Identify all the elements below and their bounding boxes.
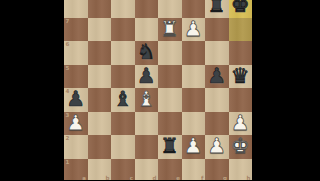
- square-e5[interactable]: [158, 65, 182, 89]
- piece-black-pawn[interactable]: ♟: [137, 65, 156, 86]
- square-a4[interactable]: ♟4: [64, 88, 88, 112]
- file-label-e: e: [176, 176, 180, 181]
- piece-black-queen[interactable]: ♛: [231, 65, 250, 86]
- square-g3[interactable]: [205, 112, 229, 136]
- square-e2[interactable]: ♜: [158, 135, 182, 159]
- file-label-d: d: [153, 176, 157, 181]
- piece-white-rook[interactable]: ♜: [160, 18, 179, 39]
- rank-label-7: 7: [66, 19, 70, 25]
- square-c2[interactable]: [111, 135, 135, 159]
- square-a3[interactable]: ♟3: [64, 112, 88, 136]
- square-g8[interactable]: ♜: [205, 0, 229, 18]
- square-a5[interactable]: 5: [64, 65, 88, 89]
- square-b5[interactable]: [88, 65, 112, 89]
- rank-label-2: 2: [66, 136, 70, 142]
- square-c5[interactable]: [111, 65, 135, 89]
- piece-black-pawn[interactable]: ♟: [207, 65, 226, 86]
- piece-black-bishop[interactable]: ♝: [113, 89, 132, 110]
- file-label-g: g: [223, 176, 227, 181]
- square-f2[interactable]: ♟: [182, 135, 206, 159]
- square-f5[interactable]: [182, 65, 206, 89]
- square-d7[interactable]: [135, 18, 159, 42]
- piece-white-pawn[interactable]: ♟: [184, 136, 203, 157]
- chess-board: 8♜♚7♜♟6♞5♟♟♛♟4♝♝♟3♟2♜♟♟♚1abcdefgh: [64, 0, 252, 180]
- square-c6[interactable]: [111, 41, 135, 65]
- square-e8[interactable]: [158, 0, 182, 18]
- square-e3[interactable]: [158, 112, 182, 136]
- piece-black-rook[interactable]: ♜: [207, 0, 226, 16]
- square-c4[interactable]: ♝: [111, 88, 135, 112]
- square-f3[interactable]: [182, 112, 206, 136]
- rank-label-8: 8: [66, 0, 70, 1]
- piece-black-king[interactable]: ♚: [231, 0, 250, 16]
- square-d8[interactable]: [135, 0, 159, 18]
- square-d4[interactable]: ♝: [135, 88, 159, 112]
- square-f7[interactable]: ♟: [182, 18, 206, 42]
- file-label-f: f: [201, 176, 203, 181]
- square-f6[interactable]: [182, 41, 206, 65]
- square-f4[interactable]: [182, 88, 206, 112]
- letterbox-left: [0, 0, 64, 180]
- rank-label-5: 5: [66, 66, 70, 72]
- square-c8[interactable]: [111, 0, 135, 18]
- square-e6[interactable]: [158, 41, 182, 65]
- square-h8[interactable]: ♚: [229, 0, 253, 18]
- piece-white-bishop[interactable]: ♝: [137, 89, 156, 110]
- rank-label-1: 1: [66, 160, 70, 166]
- square-b2[interactable]: [88, 135, 112, 159]
- square-h4[interactable]: [229, 88, 253, 112]
- rank-label-3: 3: [66, 113, 70, 119]
- square-d3[interactable]: [135, 112, 159, 136]
- square-c3[interactable]: [111, 112, 135, 136]
- square-h3[interactable]: ♟: [229, 112, 253, 136]
- square-e4[interactable]: [158, 88, 182, 112]
- file-label-b: b: [106, 176, 110, 181]
- square-g2[interactable]: ♟: [205, 135, 229, 159]
- square-a6[interactable]: 6: [64, 41, 88, 65]
- square-h6[interactable]: [229, 41, 253, 65]
- square-a8[interactable]: 8: [64, 0, 88, 18]
- rank-label-6: 6: [66, 42, 70, 48]
- square-g1[interactable]: g: [205, 159, 229, 181]
- piece-white-pawn[interactable]: ♟: [231, 112, 250, 133]
- square-h1[interactable]: h: [229, 159, 253, 181]
- piece-black-rook[interactable]: ♜: [160, 136, 179, 157]
- square-b7[interactable]: [88, 18, 112, 42]
- square-e7[interactable]: ♜: [158, 18, 182, 42]
- file-label-a: a: [82, 176, 86, 181]
- square-b4[interactable]: [88, 88, 112, 112]
- square-f1[interactable]: f: [182, 159, 206, 181]
- piece-white-pawn[interactable]: ♟: [184, 18, 203, 39]
- file-label-h: h: [247, 176, 251, 181]
- square-h7[interactable]: [229, 18, 253, 42]
- square-b3[interactable]: [88, 112, 112, 136]
- square-a7[interactable]: 7: [64, 18, 88, 42]
- square-a1[interactable]: 1a: [64, 159, 88, 181]
- square-c7[interactable]: [111, 18, 135, 42]
- square-d5[interactable]: ♟: [135, 65, 159, 89]
- square-h2[interactable]: ♚: [229, 135, 253, 159]
- rank-label-4: 4: [66, 89, 70, 95]
- piece-black-knight[interactable]: ♞: [137, 42, 156, 63]
- square-d1[interactable]: d: [135, 159, 159, 181]
- square-f8[interactable]: [182, 0, 206, 18]
- square-d6[interactable]: ♞: [135, 41, 159, 65]
- square-d2[interactable]: [135, 135, 159, 159]
- square-g7[interactable]: [205, 18, 229, 42]
- file-label-c: c: [130, 176, 133, 181]
- square-a2[interactable]: 2: [64, 135, 88, 159]
- square-b8[interactable]: [88, 0, 112, 18]
- square-b6[interactable]: [88, 41, 112, 65]
- square-c1[interactable]: c: [111, 159, 135, 181]
- letterbox-right: [252, 0, 320, 180]
- square-g4[interactable]: [205, 88, 229, 112]
- piece-white-king[interactable]: ♚: [231, 136, 250, 157]
- square-g5[interactable]: ♟: [205, 65, 229, 89]
- piece-white-pawn[interactable]: ♟: [207, 136, 226, 157]
- square-h5[interactable]: ♛: [229, 65, 253, 89]
- square-g6[interactable]: [205, 41, 229, 65]
- square-b1[interactable]: b: [88, 159, 112, 181]
- thumbnail-stage: 8♜♚7♜♟6♞5♟♟♛♟4♝♝♟3♟2♜♟♟♚1abcdefgh: [0, 0, 320, 180]
- square-e1[interactable]: e: [158, 159, 182, 181]
